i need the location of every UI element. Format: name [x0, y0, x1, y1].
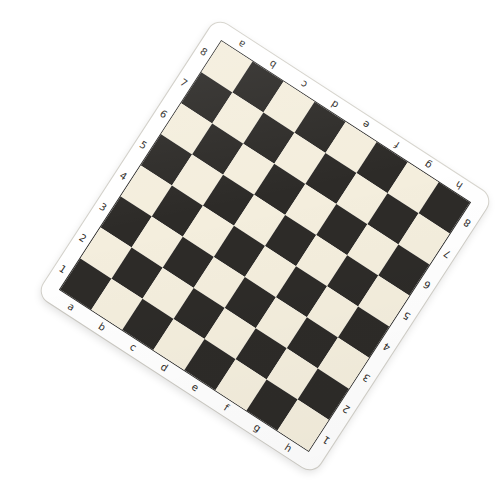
chessboard: aabbccddeeffgghh8877665544332211 [37, 18, 493, 474]
board-grid [59, 40, 471, 452]
chessboard-photo: aabbccddeeffgghh8877665544332211 [0, 0, 500, 500]
board-border: aabbccddeeffgghh8877665544332211 [37, 18, 493, 474]
